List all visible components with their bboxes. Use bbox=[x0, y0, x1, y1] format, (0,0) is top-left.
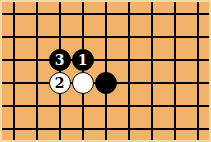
board-intersection[interactable] bbox=[163, 2, 186, 25]
board-intersection[interactable] bbox=[186, 71, 209, 94]
board-intersection[interactable] bbox=[163, 48, 186, 71]
black-stone[interactable]: 1 bbox=[72, 49, 94, 71]
board-intersection[interactable] bbox=[48, 94, 71, 117]
board-intersection[interactable] bbox=[140, 117, 163, 140]
board-intersection[interactable] bbox=[25, 2, 48, 25]
board-intersection[interactable] bbox=[94, 71, 117, 94]
board-intersection[interactable] bbox=[140, 94, 163, 117]
board-intersection[interactable] bbox=[25, 25, 48, 48]
board-intersection[interactable] bbox=[25, 117, 48, 140]
board-intersection[interactable] bbox=[94, 25, 117, 48]
board-intersection[interactable] bbox=[2, 2, 25, 25]
stone-move-number: 3 bbox=[55, 53, 65, 67]
board-intersection[interactable] bbox=[2, 117, 25, 140]
board-intersection[interactable] bbox=[71, 25, 94, 48]
board-intersection[interactable] bbox=[2, 48, 25, 71]
board-intersection[interactable] bbox=[71, 94, 94, 117]
board-intersection[interactable] bbox=[2, 94, 25, 117]
go-board-diagram: 312 bbox=[0, 0, 211, 142]
white-stone[interactable]: 2 bbox=[49, 72, 71, 94]
board-intersection[interactable] bbox=[117, 25, 140, 48]
board-intersection[interactable] bbox=[140, 48, 163, 71]
stone-move-number: 2 bbox=[55, 76, 65, 90]
board-intersection[interactable] bbox=[186, 94, 209, 117]
board-intersection[interactable] bbox=[186, 25, 209, 48]
board-intersection[interactable] bbox=[140, 71, 163, 94]
board-grid: 312 bbox=[2, 2, 209, 140]
board-intersection[interactable] bbox=[140, 2, 163, 25]
board-intersection[interactable] bbox=[117, 48, 140, 71]
board-intersection[interactable] bbox=[186, 48, 209, 71]
board-intersection[interactable] bbox=[94, 117, 117, 140]
board-intersection[interactable] bbox=[25, 48, 48, 71]
board-intersection[interactable] bbox=[94, 2, 117, 25]
board-intersection[interactable] bbox=[2, 25, 25, 48]
board-intersection[interactable] bbox=[163, 94, 186, 117]
board-intersection[interactable] bbox=[48, 117, 71, 140]
black-stone[interactable]: 3 bbox=[49, 49, 71, 71]
board-intersection[interactable] bbox=[117, 71, 140, 94]
board-intersection[interactable] bbox=[140, 25, 163, 48]
board-intersection[interactable] bbox=[25, 94, 48, 117]
board-intersection[interactable] bbox=[163, 71, 186, 94]
board-intersection[interactable] bbox=[94, 48, 117, 71]
board-intersection[interactable] bbox=[48, 25, 71, 48]
board-intersection[interactable]: 3 bbox=[48, 48, 71, 71]
board-intersection[interactable]: 2 bbox=[48, 71, 71, 94]
board-intersection[interactable] bbox=[117, 2, 140, 25]
board-intersection[interactable] bbox=[186, 117, 209, 140]
board-intersection[interactable] bbox=[117, 94, 140, 117]
board-intersection[interactable] bbox=[117, 117, 140, 140]
white-stone[interactable] bbox=[72, 72, 94, 94]
board-intersection[interactable] bbox=[71, 117, 94, 140]
stone-move-number: 1 bbox=[78, 53, 88, 67]
board-intersection[interactable] bbox=[71, 2, 94, 25]
board-intersection[interactable] bbox=[71, 71, 94, 94]
board-intersection[interactable] bbox=[163, 117, 186, 140]
board-intersection[interactable] bbox=[94, 94, 117, 117]
board-intersection[interactable] bbox=[186, 2, 209, 25]
board-intersection[interactable] bbox=[163, 25, 186, 48]
board-intersection[interactable] bbox=[2, 71, 25, 94]
board-intersection[interactable]: 1 bbox=[71, 48, 94, 71]
black-stone[interactable] bbox=[95, 72, 117, 94]
board-intersection[interactable] bbox=[48, 2, 71, 25]
board-intersection[interactable] bbox=[25, 71, 48, 94]
